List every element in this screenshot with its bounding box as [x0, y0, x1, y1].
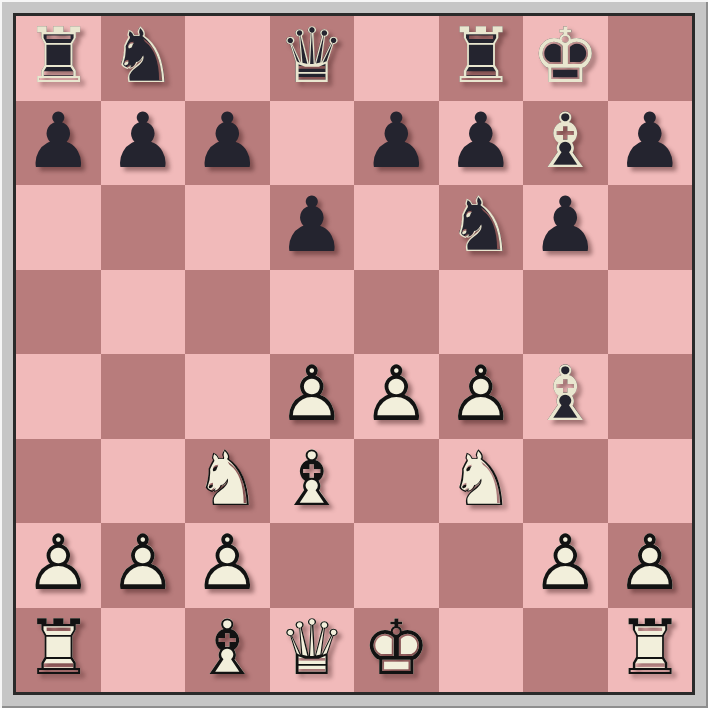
- white-pawn[interactable]: ♟♙: [608, 523, 693, 608]
- white-pawn-outline: ♙: [278, 357, 346, 433]
- white-bishop-glyph: ♝: [193, 610, 261, 686]
- black-queen-glyph: ♛: [278, 19, 346, 95]
- square-g8[interactable]: ♚♔: [523, 16, 608, 101]
- square-g5[interactable]: [523, 270, 608, 355]
- square-c8[interactable]: [185, 16, 270, 101]
- square-a8[interactable]: ♜♖: [16, 16, 101, 101]
- square-b5[interactable]: [101, 270, 186, 355]
- square-e3[interactable]: [354, 439, 439, 524]
- black-pawn[interactable]: ♟: [439, 101, 524, 186]
- black-pawn[interactable]: ♟: [354, 101, 439, 186]
- square-c7[interactable]: ♟: [185, 101, 270, 186]
- square-d1[interactable]: ♛♕: [270, 608, 355, 693]
- square-e6[interactable]: [354, 185, 439, 270]
- square-f3[interactable]: ♞♘: [439, 439, 524, 524]
- square-a2[interactable]: ♟♙: [16, 523, 101, 608]
- square-a4[interactable]: [16, 354, 101, 439]
- square-g3[interactable]: [523, 439, 608, 524]
- square-d8[interactable]: ♛♕: [270, 16, 355, 101]
- square-b1[interactable]: [101, 608, 186, 693]
- square-h8[interactable]: [608, 16, 693, 101]
- black-king-glyph: ♚: [531, 19, 599, 95]
- white-pawn[interactable]: ♟♙: [439, 354, 524, 439]
- chess-board: ♜♖♞♘♛♕♜♖♚♔♟♟♟♟♟♝♗♟♟♞♘♟♟♙♟♙♟♙♝♗♞♘♝♗♞♘♟♙♟♙…: [13, 13, 695, 695]
- square-h2[interactable]: ♟♙: [608, 523, 693, 608]
- square-a6[interactable]: [16, 185, 101, 270]
- square-h1[interactable]: ♜♖: [608, 608, 693, 693]
- square-g6[interactable]: ♟: [523, 185, 608, 270]
- square-c4[interactable]: [185, 354, 270, 439]
- black-rook-outline: ♖: [24, 19, 92, 95]
- black-queen[interactable]: ♛♕: [270, 16, 355, 101]
- square-b2[interactable]: ♟♙: [101, 523, 186, 608]
- square-f8[interactable]: ♜♖: [439, 16, 524, 101]
- white-pawn-outline: ♙: [24, 526, 92, 602]
- square-b7[interactable]: ♟: [101, 101, 186, 186]
- white-pawn-outline: ♙: [362, 357, 430, 433]
- white-queen-outline: ♕: [278, 610, 346, 686]
- square-d2[interactable]: [270, 523, 355, 608]
- black-rook-glyph: ♜: [24, 19, 92, 95]
- square-b3[interactable]: [101, 439, 186, 524]
- square-a7[interactable]: ♟: [16, 101, 101, 186]
- white-knight[interactable]: ♞♘: [439, 439, 524, 524]
- white-pawn[interactable]: ♟♙: [16, 523, 101, 608]
- black-pawn-glyph: ♟: [447, 103, 515, 179]
- square-c6[interactable]: [185, 185, 270, 270]
- square-e7[interactable]: ♟: [354, 101, 439, 186]
- square-b8[interactable]: ♞♘: [101, 16, 186, 101]
- white-pawn-outline: ♙: [193, 526, 261, 602]
- black-pawn[interactable]: ♟: [185, 101, 270, 186]
- white-pawn-glyph: ♟: [362, 357, 430, 433]
- white-pawn-outline: ♙: [531, 526, 599, 602]
- black-rook[interactable]: ♜♖: [439, 16, 524, 101]
- square-h7[interactable]: ♟: [608, 101, 693, 186]
- white-pawn-glyph: ♟: [616, 526, 684, 602]
- white-rook-outline: ♖: [24, 610, 92, 686]
- black-bishop-glyph: ♝: [531, 357, 599, 433]
- black-rook[interactable]: ♜♖: [16, 16, 101, 101]
- square-e2[interactable]: [354, 523, 439, 608]
- white-knight[interactable]: ♞♘: [185, 439, 270, 524]
- white-pawn-glyph: ♟: [278, 357, 346, 433]
- black-bishop[interactable]: ♝♗: [523, 354, 608, 439]
- square-a1[interactable]: ♜♖: [16, 608, 101, 693]
- black-pawn-glyph: ♟: [278, 188, 346, 264]
- square-f5[interactable]: [439, 270, 524, 355]
- white-knight-glyph: ♞: [447, 441, 515, 517]
- square-f2[interactable]: [439, 523, 524, 608]
- black-pawn-glyph: ♟: [362, 103, 430, 179]
- square-g4[interactable]: ♝♗: [523, 354, 608, 439]
- white-pawn[interactable]: ♟♙: [523, 523, 608, 608]
- white-pawn[interactable]: ♟♙: [101, 523, 186, 608]
- square-h6[interactable]: [608, 185, 693, 270]
- white-pawn-outline: ♙: [109, 526, 177, 602]
- square-c1[interactable]: ♝♗: [185, 608, 270, 693]
- black-pawn-glyph: ♟: [193, 103, 261, 179]
- black-knight-glyph: ♞: [109, 19, 177, 95]
- white-bishop-outline: ♗: [193, 610, 261, 686]
- black-bishop-outline: ♗: [531, 357, 599, 433]
- square-b6[interactable]: [101, 185, 186, 270]
- white-bishop-glyph: ♝: [278, 441, 346, 517]
- white-rook-glyph: ♜: [616, 610, 684, 686]
- square-a3[interactable]: [16, 439, 101, 524]
- square-e8[interactable]: [354, 16, 439, 101]
- square-d5[interactable]: [270, 270, 355, 355]
- square-e5[interactable]: [354, 270, 439, 355]
- square-g1[interactable]: [523, 608, 608, 693]
- square-h4[interactable]: [608, 354, 693, 439]
- white-pawn[interactable]: ♟♙: [354, 354, 439, 439]
- black-pawn[interactable]: ♟: [16, 101, 101, 186]
- white-queen-glyph: ♛: [278, 610, 346, 686]
- black-king-outline: ♔: [531, 19, 599, 95]
- square-e1[interactable]: ♚♔: [354, 608, 439, 693]
- black-bishop[interactable]: ♝♗: [523, 101, 608, 186]
- black-pawn-glyph: ♟: [531, 188, 599, 264]
- white-king-outline: ♔: [362, 610, 430, 686]
- black-pawn[interactable]: ♟: [608, 101, 693, 186]
- white-knight-outline: ♘: [447, 441, 515, 517]
- square-e4[interactable]: ♟♙: [354, 354, 439, 439]
- white-rook[interactable]: ♜♖: [608, 608, 693, 693]
- white-rook-glyph: ♜: [24, 610, 92, 686]
- white-pawn-outline: ♙: [447, 357, 515, 433]
- square-f7[interactable]: ♟: [439, 101, 524, 186]
- square-c2[interactable]: ♟♙: [185, 523, 270, 608]
- square-f4[interactable]: ♟♙: [439, 354, 524, 439]
- black-bishop-outline: ♗: [531, 103, 599, 179]
- white-pawn-outline: ♙: [616, 526, 684, 602]
- white-pawn-glyph: ♟: [24, 526, 92, 602]
- square-d6[interactable]: ♟: [270, 185, 355, 270]
- square-f1[interactable]: [439, 608, 524, 693]
- square-c5[interactable]: [185, 270, 270, 355]
- black-knight-glyph: ♞: [447, 188, 515, 264]
- black-pawn[interactable]: ♟: [523, 185, 608, 270]
- black-pawn[interactable]: ♟: [270, 185, 355, 270]
- white-rook[interactable]: ♜♖: [16, 608, 101, 693]
- black-rook-glyph: ♜: [447, 19, 515, 95]
- square-h5[interactable]: [608, 270, 693, 355]
- black-pawn[interactable]: ♟: [101, 101, 186, 186]
- black-knight[interactable]: ♞♘: [101, 16, 186, 101]
- white-pawn-glyph: ♟: [193, 526, 261, 602]
- black-knight[interactable]: ♞♘: [439, 185, 524, 270]
- square-d3[interactable]: ♝♗: [270, 439, 355, 524]
- white-bishop-outline: ♗: [278, 441, 346, 517]
- black-pawn-glyph: ♟: [109, 103, 177, 179]
- black-pawn-glyph: ♟: [616, 103, 684, 179]
- square-c3[interactable]: ♞♘: [185, 439, 270, 524]
- white-king[interactable]: ♚♔: [354, 608, 439, 693]
- window-frame: ♜♖♞♘♛♕♜♖♚♔♟♟♟♟♟♝♗♟♟♞♘♟♟♙♟♙♟♙♝♗♞♘♝♗♞♘♟♙♟♙…: [0, 0, 708, 708]
- white-bishop[interactable]: ♝♗: [185, 608, 270, 693]
- square-g7[interactable]: ♝♗: [523, 101, 608, 186]
- white-king-glyph: ♚: [362, 610, 430, 686]
- white-knight-outline: ♘: [193, 441, 261, 517]
- square-d7[interactable]: [270, 101, 355, 186]
- square-d4[interactable]: ♟♙: [270, 354, 355, 439]
- black-knight-outline: ♘: [109, 19, 177, 95]
- white-bishop[interactable]: ♝♗: [270, 439, 355, 524]
- white-pawn[interactable]: ♟♙: [270, 354, 355, 439]
- black-rook-outline: ♖: [447, 19, 515, 95]
- white-pawn-glyph: ♟: [447, 357, 515, 433]
- square-g2[interactable]: ♟♙: [523, 523, 608, 608]
- black-knight-outline: ♘: [447, 188, 515, 264]
- black-pawn-glyph: ♟: [24, 103, 92, 179]
- white-rook-outline: ♖: [616, 610, 684, 686]
- square-b4[interactable]: [101, 354, 186, 439]
- square-a5[interactable]: [16, 270, 101, 355]
- black-bishop-glyph: ♝: [531, 103, 599, 179]
- white-queen[interactable]: ♛♕: [270, 608, 355, 693]
- white-pawn[interactable]: ♟♙: [185, 523, 270, 608]
- black-queen-outline: ♕: [278, 19, 346, 95]
- square-h3[interactable]: [608, 439, 693, 524]
- black-king[interactable]: ♚♔: [523, 16, 608, 101]
- white-knight-glyph: ♞: [193, 441, 261, 517]
- square-f6[interactable]: ♞♘: [439, 185, 524, 270]
- white-pawn-glyph: ♟: [109, 526, 177, 602]
- white-pawn-glyph: ♟: [531, 526, 599, 602]
